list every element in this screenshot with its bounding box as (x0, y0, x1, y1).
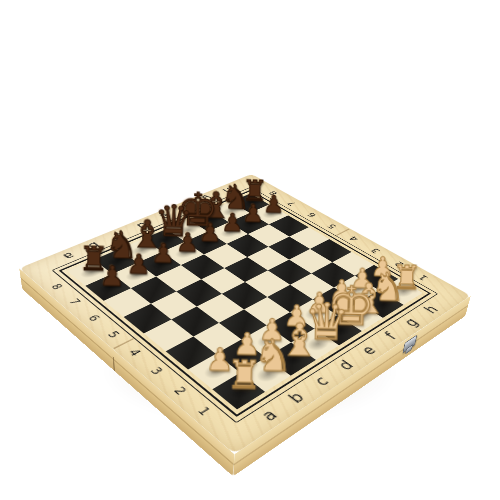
rank-label-east-7: 7 (286, 201, 298, 207)
file-label-south-a: a (259, 407, 281, 423)
file-label-south-b: b (285, 390, 307, 406)
rank-label-west-3: 3 (148, 366, 165, 377)
chess-board: 8877665544332211aabbccddeeffgghh ♜♞♝♛♚♝♞… (19, 174, 471, 454)
file-label-south-e: e (359, 344, 380, 358)
black-pawn-glyph: ♟ (95, 262, 128, 291)
rank-label-west-4: 4 (126, 347, 143, 358)
rank-label-west-6: 6 (86, 313, 102, 322)
file-label-south-g: g (402, 316, 422, 328)
rank-label-west-8: 8 (49, 282, 65, 291)
file-label-south-d: d (335, 358, 356, 372)
rank-label-west-5: 5 (105, 330, 122, 340)
rank-label-east-5: 5 (326, 223, 339, 230)
rank-label-west-7: 7 (67, 297, 83, 306)
white-rook-glyph: ♜ (225, 355, 264, 395)
rank-label-west-2: 2 (171, 385, 189, 397)
rank-label-east-4: 4 (347, 235, 360, 242)
scene-tilt: 8877665544332211aabbccddeeffgghh ♜♞♝♛♚♝♞… (0, 0, 500, 500)
file-label-south-h: h (422, 304, 442, 316)
rank-label-west-1: 1 (195, 405, 213, 417)
file-label-south-c: c (312, 374, 333, 388)
product-photo: 8877665544332211aabbccddeeffgghh ♜♞♝♛♚♝♞… (0, 0, 500, 500)
file-label-south-f: f (382, 331, 399, 342)
rank-label-east-6: 6 (305, 212, 318, 218)
file-label-north-a: a (60, 251, 77, 261)
